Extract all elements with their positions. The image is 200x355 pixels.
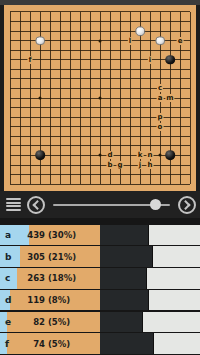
board-intersection[interactable]: [45, 17, 55, 27]
board-intersection[interactable]: [35, 55, 45, 65]
candidate-move-label-j[interactable]: j: [138, 161, 142, 169]
board-intersection[interactable]: [115, 132, 125, 142]
board-intersection[interactable]: [185, 132, 195, 142]
board-intersection[interactable]: [125, 84, 135, 94]
board-intersection[interactable]: [65, 17, 75, 27]
board-intersection[interactable]: [85, 84, 95, 94]
board-intersection[interactable]: [25, 141, 35, 151]
board-intersection[interactable]: [125, 7, 135, 17]
board-intersection[interactable]: [95, 74, 105, 84]
board-intersection[interactable]: [55, 103, 65, 113]
board-intersection[interactable]: [85, 170, 95, 180]
board-intersection[interactable]: [95, 170, 105, 180]
board-intersection[interactable]: [135, 93, 145, 103]
board-intersection[interactable]: [85, 141, 95, 151]
board-intersection[interactable]: [35, 65, 45, 75]
board-intersection[interactable]: [95, 45, 105, 55]
board-intersection[interactable]: [115, 7, 125, 17]
board-intersection[interactable]: [55, 179, 65, 189]
board-intersection[interactable]: [85, 103, 95, 113]
board-intersection[interactable]: [15, 65, 25, 75]
board-intersection[interactable]: [15, 179, 25, 189]
board-intersection[interactable]: [175, 17, 185, 27]
board-intersection[interactable]: [35, 93, 45, 103]
board-intersection[interactable]: h: [145, 160, 155, 170]
board-intersection[interactable]: [15, 74, 25, 84]
board-intersection[interactable]: [65, 170, 75, 180]
board-intersection[interactable]: [105, 132, 115, 142]
board-intersection[interactable]: [15, 132, 25, 142]
board-intersection[interactable]: [65, 141, 75, 151]
board-intersection[interactable]: [135, 103, 145, 113]
board-intersection[interactable]: [5, 84, 15, 94]
board-intersection[interactable]: [155, 132, 165, 142]
board-intersection[interactable]: [175, 93, 185, 103]
board-intersection[interactable]: [165, 122, 175, 132]
board-intersection[interactable]: [165, 26, 175, 36]
board-intersection[interactable]: [55, 93, 65, 103]
board-intersection[interactable]: [125, 103, 135, 113]
board-intersection[interactable]: [145, 36, 155, 46]
board-intersection[interactable]: [145, 93, 155, 103]
board-intersection[interactable]: [95, 26, 105, 36]
board-intersection[interactable]: [5, 179, 15, 189]
board-intersection[interactable]: [165, 103, 175, 113]
board-intersection[interactable]: [45, 26, 55, 36]
board-intersection[interactable]: [155, 7, 165, 17]
board-intersection[interactable]: [55, 132, 65, 142]
board-intersection[interactable]: [25, 65, 35, 75]
candidate-move-label-c[interactable]: c: [157, 84, 163, 92]
board-intersection[interactable]: [95, 7, 105, 17]
board-intersection[interactable]: [115, 112, 125, 122]
board-intersection[interactable]: [135, 122, 145, 132]
board-intersection[interactable]: [125, 26, 135, 36]
board-intersection[interactable]: [25, 170, 35, 180]
board-intersection[interactable]: p: [155, 112, 165, 122]
board-intersection[interactable]: [75, 45, 85, 55]
board-intersection[interactable]: [105, 45, 115, 55]
board-intersection[interactable]: [155, 36, 165, 46]
board-intersection[interactable]: [75, 160, 85, 170]
board-intersection[interactable]: [115, 141, 125, 151]
board-intersection[interactable]: [115, 151, 125, 161]
board-intersection[interactable]: [45, 179, 55, 189]
board-intersection[interactable]: [145, 84, 155, 94]
board-intersection[interactable]: [145, 45, 155, 55]
board-intersection[interactable]: [175, 103, 185, 113]
board-intersection[interactable]: [115, 93, 125, 103]
board-intersection[interactable]: [55, 160, 65, 170]
board-intersection[interactable]: [135, 36, 145, 46]
board-intersection[interactable]: n: [145, 151, 155, 161]
board-intersection[interactable]: [15, 36, 25, 46]
board-intersection[interactable]: [35, 45, 45, 55]
board-intersection[interactable]: [125, 151, 135, 161]
board-intersection[interactable]: [145, 26, 155, 36]
board-intersection[interactable]: [5, 151, 15, 161]
board-intersection[interactable]: [35, 103, 45, 113]
board-intersection[interactable]: [45, 112, 55, 122]
board-intersection[interactable]: [75, 74, 85, 84]
move-list-item[interactable]: b 305 (21%): [0, 246, 200, 267]
board-intersection[interactable]: [35, 74, 45, 84]
board-intersection[interactable]: [55, 45, 65, 55]
board-intersection[interactable]: [45, 7, 55, 17]
board-intersection[interactable]: [5, 26, 15, 36]
board-intersection[interactable]: [95, 179, 105, 189]
board-intersection[interactable]: [65, 93, 75, 103]
candidate-move-label-f[interactable]: f: [27, 56, 32, 64]
board-intersection[interactable]: [15, 93, 25, 103]
board-intersection[interactable]: [95, 151, 105, 161]
board-intersection[interactable]: d: [105, 151, 115, 161]
board-intersection[interactable]: [15, 103, 25, 113]
board-intersection[interactable]: [175, 160, 185, 170]
board-intersection[interactable]: [45, 170, 55, 180]
board-intersection[interactable]: [75, 141, 85, 151]
board-intersection[interactable]: [145, 103, 155, 113]
board-intersection[interactable]: [185, 103, 195, 113]
board-intersection[interactable]: [5, 55, 15, 65]
candidate-move-label-d[interactable]: d: [106, 151, 113, 159]
board-intersection[interactable]: [75, 132, 85, 142]
board-intersection[interactable]: [65, 74, 75, 84]
board-intersection[interactable]: [55, 151, 65, 161]
board-intersection[interactable]: [185, 36, 195, 46]
board-intersection[interactable]: [65, 122, 75, 132]
board-intersection[interactable]: [15, 17, 25, 27]
board-intersection[interactable]: [105, 65, 115, 75]
board-intersection[interactable]: [105, 36, 115, 46]
candidate-move-label-g[interactable]: g: [116, 161, 123, 169]
board-intersection[interactable]: [185, 17, 195, 27]
board-intersection[interactable]: [145, 122, 155, 132]
board-intersection[interactable]: [75, 36, 85, 46]
board-intersection[interactable]: [105, 170, 115, 180]
board-intersection[interactable]: [5, 65, 15, 75]
board-intersection[interactable]: [125, 179, 135, 189]
board-intersection[interactable]: [75, 179, 85, 189]
board-intersection[interactable]: [45, 74, 55, 84]
board-intersection[interactable]: [5, 93, 15, 103]
board-intersection[interactable]: [15, 55, 25, 65]
board-intersection[interactable]: [185, 179, 195, 189]
board-intersection[interactable]: [135, 26, 145, 36]
board-intersection[interactable]: [185, 84, 195, 94]
board-intersection[interactable]: [55, 55, 65, 65]
board-intersection[interactable]: [65, 7, 75, 17]
board-intersection[interactable]: [85, 112, 95, 122]
candidate-move-label-m[interactable]: m: [165, 94, 174, 102]
board-intersection[interactable]: [75, 55, 85, 65]
board-intersection[interactable]: [75, 7, 85, 17]
board-intersection[interactable]: l: [125, 36, 135, 46]
board-intersection[interactable]: [135, 179, 145, 189]
board-intersection[interactable]: e: [175, 36, 185, 46]
board-intersection[interactable]: [115, 74, 125, 84]
board-intersection[interactable]: [105, 103, 115, 113]
board-intersection[interactable]: [35, 179, 45, 189]
board-intersection[interactable]: [135, 132, 145, 142]
board-intersection[interactable]: [25, 36, 35, 46]
board-intersection[interactable]: [165, 36, 175, 46]
board-intersection[interactable]: [15, 141, 25, 151]
board-intersection[interactable]: [55, 36, 65, 46]
board-intersection[interactable]: [175, 7, 185, 17]
board-intersection[interactable]: [95, 93, 105, 103]
board-intersection[interactable]: [185, 65, 195, 75]
board-intersection[interactable]: [75, 112, 85, 122]
board-intersection[interactable]: [85, 17, 95, 27]
board-intersection[interactable]: [95, 84, 105, 94]
board-intersection[interactable]: [35, 26, 45, 36]
board-intersection[interactable]: [185, 122, 195, 132]
board-intersection[interactable]: [185, 112, 195, 122]
board-intersection[interactable]: [155, 179, 165, 189]
board-intersection[interactable]: [35, 170, 45, 180]
board-intersection[interactable]: [5, 141, 15, 151]
board-intersection[interactable]: [135, 17, 145, 27]
board-intersection[interactable]: [85, 65, 95, 75]
board-intersection[interactable]: [45, 160, 55, 170]
board-intersection[interactable]: [185, 74, 195, 84]
board-intersection[interactable]: [115, 170, 125, 180]
board-intersection[interactable]: [155, 160, 165, 170]
board-intersection[interactable]: [65, 84, 75, 94]
board-intersection[interactable]: [45, 122, 55, 132]
board-intersection[interactable]: [175, 55, 185, 65]
board-intersection[interactable]: [175, 132, 185, 142]
board-intersection[interactable]: [155, 45, 165, 55]
board-intersection[interactable]: [105, 122, 115, 132]
board-intersection[interactable]: [155, 170, 165, 180]
board-intersection[interactable]: [35, 17, 45, 27]
board-intersection[interactable]: [35, 7, 45, 17]
board-intersection[interactable]: [5, 122, 15, 132]
prev-move-button[interactable]: [27, 196, 45, 214]
candidate-move-label-l[interactable]: l: [128, 37, 132, 45]
board-intersection[interactable]: [55, 65, 65, 75]
board-intersection[interactable]: [5, 112, 15, 122]
board-intersection[interactable]: [5, 74, 15, 84]
board-intersection[interactable]: [175, 112, 185, 122]
board-intersection[interactable]: [105, 179, 115, 189]
board-intersection[interactable]: [25, 160, 35, 170]
board-intersection[interactable]: [135, 7, 145, 17]
board-intersection[interactable]: [185, 93, 195, 103]
board-intersection[interactable]: [35, 132, 45, 142]
board-intersection[interactable]: [65, 65, 75, 75]
board-intersection[interactable]: j: [135, 160, 145, 170]
board-intersection[interactable]: [175, 122, 185, 132]
board-intersection[interactable]: [105, 7, 115, 17]
board-intersection[interactable]: [185, 7, 195, 17]
board-intersection[interactable]: [65, 36, 75, 46]
board-intersection[interactable]: [45, 55, 55, 65]
board-intersection[interactable]: [95, 103, 105, 113]
board-intersection[interactable]: [65, 179, 75, 189]
board-intersection[interactable]: [5, 132, 15, 142]
candidate-move-label-i[interactable]: i: [148, 56, 152, 64]
board-intersection[interactable]: [155, 65, 165, 75]
board-intersection[interactable]: [115, 103, 125, 113]
board-intersection[interactable]: [55, 7, 65, 17]
board-intersection[interactable]: [25, 7, 35, 17]
board-intersection[interactable]: [125, 45, 135, 55]
board-intersection[interactable]: [155, 151, 165, 161]
board-intersection[interactable]: [55, 170, 65, 180]
board-intersection[interactable]: [15, 160, 25, 170]
board-intersection[interactable]: [35, 84, 45, 94]
slider-knob[interactable]: [150, 199, 161, 210]
board-intersection[interactable]: m: [165, 93, 175, 103]
board-intersection[interactable]: f: [25, 55, 35, 65]
board-intersection[interactable]: [155, 103, 165, 113]
board-intersection[interactable]: [45, 65, 55, 75]
board-intersection[interactable]: [165, 65, 175, 75]
candidate-move-label-n[interactable]: n: [147, 151, 154, 159]
board-intersection[interactable]: [85, 45, 95, 55]
board-intersection[interactable]: [85, 151, 95, 161]
board-intersection[interactable]: [95, 112, 105, 122]
board-intersection[interactable]: [25, 17, 35, 27]
board-intersection[interactable]: [105, 84, 115, 94]
board-intersection[interactable]: [25, 93, 35, 103]
board-intersection[interactable]: [25, 74, 35, 84]
board-intersection[interactable]: [95, 55, 105, 65]
board-intersection[interactable]: [155, 17, 165, 27]
board-intersection[interactable]: [65, 103, 75, 113]
board-intersection[interactable]: [5, 7, 15, 17]
board-intersection[interactable]: k: [135, 151, 145, 161]
board-intersection[interactable]: [65, 112, 75, 122]
board-intersection[interactable]: [15, 122, 25, 132]
board-intersection[interactable]: [145, 74, 155, 84]
board-intersection[interactable]: [35, 36, 45, 46]
board-intersection[interactable]: [95, 36, 105, 46]
board-intersection[interactable]: [75, 65, 85, 75]
board-intersection[interactable]: [45, 141, 55, 151]
board-intersection[interactable]: [145, 17, 155, 27]
board-intersection[interactable]: [45, 84, 55, 94]
board-intersection[interactable]: [75, 170, 85, 180]
board-intersection[interactable]: [165, 112, 175, 122]
board-intersection[interactable]: [85, 93, 95, 103]
board-intersection[interactable]: [125, 74, 135, 84]
board-intersection[interactable]: [135, 170, 145, 180]
candidate-move-label-k[interactable]: k: [137, 151, 144, 159]
board-intersection[interactable]: [5, 36, 15, 46]
board-intersection[interactable]: [5, 45, 15, 55]
board-intersection[interactable]: [105, 55, 115, 65]
board-intersection[interactable]: [145, 141, 155, 151]
board-intersection[interactable]: [55, 17, 65, 27]
board-intersection[interactable]: [35, 141, 45, 151]
board-intersection[interactable]: [75, 17, 85, 27]
board-intersection[interactable]: [25, 84, 35, 94]
board-intersection[interactable]: [175, 74, 185, 84]
board-intersection[interactable]: [135, 84, 145, 94]
board-intersection[interactable]: [95, 17, 105, 27]
board-intersection[interactable]: [85, 122, 95, 132]
board-intersection[interactable]: [55, 141, 65, 151]
board-intersection[interactable]: [175, 26, 185, 36]
board-intersection[interactable]: o: [155, 122, 165, 132]
board-intersection[interactable]: [95, 122, 105, 132]
move-list-item[interactable]: f 74 (5%): [0, 333, 200, 354]
move-list-item[interactable]: e 82 (5%): [0, 312, 200, 333]
board-intersection[interactable]: [105, 26, 115, 36]
candidate-move-label-a[interactable]: a: [157, 94, 164, 102]
move-list-item[interactable]: c 263 (18%): [0, 268, 200, 289]
board-intersection[interactable]: [15, 151, 25, 161]
board-intersection[interactable]: [105, 17, 115, 27]
board-intersection[interactable]: [105, 74, 115, 84]
board-intersection[interactable]: [95, 65, 105, 75]
board-intersection[interactable]: [165, 151, 175, 161]
board-intersection[interactable]: [25, 45, 35, 55]
board-intersection[interactable]: [15, 26, 25, 36]
board-intersection[interactable]: [185, 141, 195, 151]
board-intersection[interactable]: [65, 132, 75, 142]
board-intersection[interactable]: [145, 112, 155, 122]
board-intersection[interactable]: [165, 7, 175, 17]
board-intersection[interactable]: [185, 45, 195, 55]
board-intersection[interactable]: [55, 74, 65, 84]
board-intersection[interactable]: [105, 141, 115, 151]
board-intersection[interactable]: b: [105, 160, 115, 170]
board-intersection[interactable]: [125, 122, 135, 132]
board-intersection[interactable]: [165, 74, 175, 84]
candidate-move-label-e[interactable]: e: [177, 37, 184, 45]
board-intersection[interactable]: [15, 45, 25, 55]
board-intersection[interactable]: [175, 151, 185, 161]
board-intersection[interactable]: [125, 112, 135, 122]
board-intersection[interactable]: [155, 26, 165, 36]
board-intersection[interactable]: [45, 36, 55, 46]
board-intersection[interactable]: [55, 112, 65, 122]
board-intersection[interactable]: [135, 45, 145, 55]
board-intersection[interactable]: [175, 170, 185, 180]
board-intersection[interactable]: [75, 84, 85, 94]
board-intersection[interactable]: [105, 112, 115, 122]
board-intersection[interactable]: [115, 65, 125, 75]
board-intersection[interactable]: [15, 170, 25, 180]
board-intersection[interactable]: [135, 55, 145, 65]
board-intersection[interactable]: [165, 141, 175, 151]
board-intersection[interactable]: [175, 84, 185, 94]
board-intersection[interactable]: [115, 55, 125, 65]
board-intersection[interactable]: [185, 55, 195, 65]
board-intersection[interactable]: [5, 17, 15, 27]
board-intersection[interactable]: [135, 65, 145, 75]
board-intersection[interactable]: [55, 122, 65, 132]
go-board[interactable]: leficampodknbgjh: [4, 5, 196, 192]
board-intersection[interactable]: [115, 17, 125, 27]
board-intersection[interactable]: [125, 141, 135, 151]
board-intersection[interactable]: g: [115, 160, 125, 170]
board-intersection[interactable]: [135, 141, 145, 151]
board-intersection[interactable]: [105, 93, 115, 103]
board-intersection[interactable]: [95, 160, 105, 170]
board-intersection[interactable]: [155, 55, 165, 65]
board-intersection[interactable]: [85, 55, 95, 65]
board-intersection[interactable]: [125, 93, 135, 103]
board-intersection[interactable]: [15, 7, 25, 17]
board-intersection[interactable]: [115, 179, 125, 189]
board-intersection[interactable]: [65, 151, 75, 161]
